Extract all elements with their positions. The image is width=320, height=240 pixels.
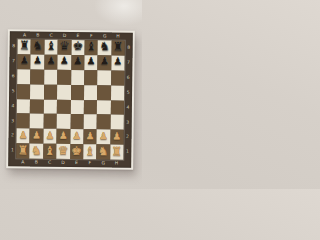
square-g8[interactable]: ♞ xyxy=(98,40,112,55)
white-knight[interactable]: ♞ xyxy=(98,145,109,157)
square-h4[interactable] xyxy=(110,100,124,115)
square-d5[interactable] xyxy=(57,84,71,99)
square-h7[interactable]: ♟ xyxy=(111,55,125,70)
board-grid: ♜♞♝♛♚♝♞♜♟♟♟♟♟♟♟♟♟♟♟♟♟♟♟♟♜♞♝♛♚♝♞♜ xyxy=(16,39,124,159)
rank-labels-right: 87654321 xyxy=(123,41,132,160)
square-d2[interactable]: ♟ xyxy=(57,129,71,144)
square-c5[interactable] xyxy=(44,84,58,99)
square-a8[interactable]: ♜ xyxy=(18,39,32,54)
black-knight[interactable]: ♞ xyxy=(32,40,43,52)
square-a4[interactable] xyxy=(17,99,31,114)
square-c2[interactable]: ♟ xyxy=(43,129,57,144)
square-e3[interactable] xyxy=(70,114,84,129)
square-a5[interactable] xyxy=(17,84,31,99)
file-label: A xyxy=(16,158,29,166)
white-knight[interactable]: ♞ xyxy=(31,144,42,156)
file-label: H xyxy=(110,159,123,167)
white-pawn[interactable]: ♟ xyxy=(32,130,41,140)
rank-label: 7 xyxy=(124,56,132,71)
black-king[interactable]: ♚ xyxy=(72,40,83,52)
black-pawn[interactable]: ♟ xyxy=(46,56,55,66)
square-b4[interactable] xyxy=(30,99,44,114)
white-pawn[interactable]: ♟ xyxy=(86,131,95,141)
square-g7[interactable]: ♟ xyxy=(98,55,112,70)
rank-label: 8 xyxy=(125,41,133,56)
square-b3[interactable] xyxy=(30,114,44,129)
file-label: G xyxy=(96,159,109,167)
rank-label: 5 xyxy=(124,85,132,100)
square-f5[interactable] xyxy=(84,85,98,100)
square-e6[interactable] xyxy=(71,70,85,85)
square-e8[interactable]: ♚ xyxy=(71,40,85,55)
black-pawn[interactable]: ♟ xyxy=(100,57,109,67)
square-f4[interactable] xyxy=(84,100,98,115)
black-bishop[interactable]: ♝ xyxy=(46,40,57,52)
black-queen[interactable]: ♛ xyxy=(59,40,70,52)
white-queen[interactable]: ♛ xyxy=(58,144,69,156)
square-c1[interactable]: ♝ xyxy=(43,144,57,159)
white-pawn[interactable]: ♟ xyxy=(72,131,81,141)
white-bishop[interactable]: ♝ xyxy=(84,145,95,157)
square-a7[interactable]: ♟ xyxy=(17,54,31,69)
black-bishop[interactable]: ♝ xyxy=(86,41,97,53)
square-e1[interactable]: ♚ xyxy=(70,144,84,159)
rank-label: 4 xyxy=(9,99,17,114)
table-light-glare xyxy=(94,0,142,26)
file-labels-bottom: ABCDEFGH xyxy=(16,158,123,167)
square-e5[interactable] xyxy=(71,85,85,100)
black-pawn[interactable]: ♟ xyxy=(20,56,29,66)
square-f2[interactable]: ♟ xyxy=(83,129,97,144)
square-d4[interactable] xyxy=(57,99,71,114)
black-pawn[interactable]: ♟ xyxy=(113,57,122,67)
table-surface: { "game": "chess", "scene": "overhead ph… xyxy=(0,0,142,189)
square-f8[interactable]: ♝ xyxy=(84,40,98,55)
square-d7[interactable]: ♟ xyxy=(57,55,71,70)
rank-label: 6 xyxy=(124,70,132,85)
square-e4[interactable] xyxy=(70,100,84,115)
square-e2[interactable]: ♟ xyxy=(70,129,84,144)
square-a3[interactable] xyxy=(17,114,31,129)
square-a1[interactable]: ♜ xyxy=(16,143,30,158)
square-g2[interactable]: ♟ xyxy=(97,130,111,145)
square-b7[interactable]: ♟ xyxy=(31,54,45,69)
file-label: E xyxy=(70,159,83,167)
rank-label: 2 xyxy=(8,128,16,143)
file-label: D xyxy=(56,159,69,167)
square-g4[interactable] xyxy=(97,100,111,115)
square-h1[interactable]: ♜ xyxy=(110,145,124,160)
square-h8[interactable]: ♜ xyxy=(111,40,125,55)
square-d1[interactable]: ♛ xyxy=(56,144,70,159)
file-label: B xyxy=(30,159,43,167)
black-pawn[interactable]: ♟ xyxy=(73,56,82,66)
white-bishop[interactable]: ♝ xyxy=(44,144,55,156)
square-b8[interactable]: ♞ xyxy=(31,40,45,55)
square-b1[interactable]: ♞ xyxy=(30,144,44,159)
rank-label: 3 xyxy=(9,114,17,129)
white-pawn[interactable]: ♟ xyxy=(45,130,54,140)
square-f7[interactable]: ♟ xyxy=(84,55,98,70)
square-h6[interactable] xyxy=(111,70,125,85)
square-g5[interactable] xyxy=(97,85,111,100)
rank-label: 8 xyxy=(10,39,18,54)
square-g6[interactable] xyxy=(97,70,111,85)
black-rook[interactable]: ♜ xyxy=(112,41,123,53)
white-rook[interactable]: ♜ xyxy=(111,145,122,157)
rank-label: 6 xyxy=(9,69,17,84)
square-g3[interactable] xyxy=(97,115,111,130)
rank-label: 4 xyxy=(124,100,132,115)
square-c7[interactable]: ♟ xyxy=(44,55,58,70)
square-f1[interactable]: ♝ xyxy=(83,144,97,159)
white-pawn[interactable]: ♟ xyxy=(99,131,108,141)
square-f6[interactable] xyxy=(84,70,98,85)
rank-label: 5 xyxy=(9,84,17,99)
white-pawn[interactable]: ♟ xyxy=(59,131,68,141)
square-d8[interactable]: ♛ xyxy=(58,40,72,55)
square-c3[interactable] xyxy=(43,114,57,129)
white-rook[interactable]: ♜ xyxy=(18,144,29,156)
black-knight[interactable]: ♞ xyxy=(99,41,110,53)
square-h3[interactable] xyxy=(110,115,124,130)
file-label: F xyxy=(83,159,96,167)
rank-label: 2 xyxy=(123,130,131,145)
square-b6[interactable] xyxy=(31,69,45,84)
square-d6[interactable] xyxy=(57,70,71,85)
chess-board-sheet: ABCDEFGH ABCDEFGH 87654321 87654321 ♜♞♝♛… xyxy=(6,29,135,170)
square-b5[interactable] xyxy=(30,84,44,99)
square-h5[interactable] xyxy=(111,85,125,100)
black-pawn[interactable]: ♟ xyxy=(86,57,95,67)
white-pawn[interactable]: ♟ xyxy=(112,131,121,141)
square-a2[interactable]: ♟ xyxy=(16,129,30,144)
rank-label: 1 xyxy=(123,145,131,160)
square-d3[interactable] xyxy=(57,114,71,129)
square-a6[interactable] xyxy=(17,69,31,84)
square-h2[interactable]: ♟ xyxy=(110,130,124,145)
rank-label: 3 xyxy=(124,115,132,130)
square-b2[interactable]: ♟ xyxy=(30,129,44,144)
square-c4[interactable] xyxy=(44,99,58,114)
file-label: C xyxy=(43,159,56,167)
white-king[interactable]: ♚ xyxy=(71,145,82,157)
square-e7[interactable]: ♟ xyxy=(71,55,85,70)
black-pawn[interactable]: ♟ xyxy=(60,56,69,66)
white-pawn[interactable]: ♟ xyxy=(19,130,28,140)
square-g1[interactable]: ♞ xyxy=(97,144,111,159)
square-c6[interactable] xyxy=(44,69,58,84)
square-c8[interactable]: ♝ xyxy=(44,40,58,55)
rank-label: 1 xyxy=(8,143,16,158)
black-pawn[interactable]: ♟ xyxy=(33,56,42,66)
black-rook[interactable]: ♜ xyxy=(19,40,30,52)
board-coordinate-frame: ABCDEFGH ABCDEFGH 87654321 87654321 ♜♞♝♛… xyxy=(8,31,133,167)
square-f3[interactable] xyxy=(84,115,98,130)
rank-label: 7 xyxy=(9,54,17,69)
